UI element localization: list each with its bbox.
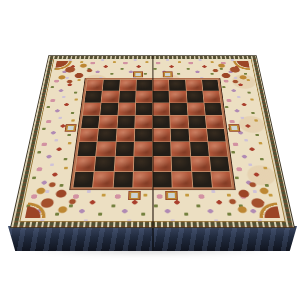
square-a4: [79, 129, 98, 142]
square-a7: [85, 91, 102, 102]
square-b1: [93, 172, 113, 187]
box-front-edge: [8, 226, 297, 251]
square-a2: [75, 157, 95, 172]
square-b3: [96, 142, 115, 156]
square-e2: [153, 157, 171, 172]
square-b2: [95, 157, 114, 172]
square-d7: [136, 91, 152, 102]
square-a3: [77, 142, 96, 156]
square-b8: [103, 80, 120, 91]
square-g8: [186, 80, 203, 91]
square-f2: [172, 157, 191, 172]
square-h7: [203, 91, 220, 102]
square-a1: [73, 172, 94, 187]
square-e1: [153, 172, 172, 187]
hinge-seam: [152, 56, 154, 227]
square-a6: [83, 103, 101, 115]
square-h3: [208, 142, 227, 156]
square-e3: [153, 142, 171, 156]
square-e7: [153, 91, 169, 102]
hinge-seam-edge: [152, 226, 154, 251]
square-d6: [135, 103, 152, 115]
square-b5: [99, 115, 117, 128]
square-f6: [170, 103, 187, 115]
square-b6: [100, 103, 117, 115]
square-g4: [189, 129, 207, 142]
square-c3: [115, 142, 133, 156]
square-c2: [114, 157, 133, 172]
square-c6: [118, 103, 135, 115]
square-g5: [188, 115, 206, 128]
square-c1: [113, 172, 132, 187]
square-a5: [81, 115, 99, 128]
square-f3: [171, 142, 189, 156]
border-ornament-top-left-of-seam: [133, 72, 142, 77]
border-ornament-right-middle: [229, 125, 239, 131]
square-h6: [204, 103, 222, 115]
square-g6: [187, 103, 204, 115]
border-ornament-bottom-left-of-seam: [129, 192, 140, 200]
square-h2: [210, 157, 230, 172]
board-photo: [0, 0, 300, 300]
square-g3: [190, 142, 209, 156]
square-g7: [186, 91, 203, 102]
square-g2: [191, 157, 210, 172]
border-ornament-bottom-right-of-seam: [166, 192, 177, 200]
square-d3: [134, 142, 152, 156]
square-f4: [171, 129, 189, 142]
square-a8: [86, 80, 103, 91]
square-e4: [153, 129, 171, 142]
border-ornament-top-right-of-seam: [163, 72, 172, 77]
square-c5: [117, 115, 135, 128]
square-f7: [170, 91, 187, 102]
square-d2: [134, 157, 152, 172]
square-f5: [170, 115, 188, 128]
square-e8: [153, 80, 169, 91]
square-e6: [153, 103, 170, 115]
square-c7: [119, 91, 136, 102]
square-h4: [207, 129, 226, 142]
border-ornament-left-middle: [66, 125, 76, 131]
board-top-surface: [10, 55, 295, 228]
square-f1: [172, 172, 191, 187]
square-h5: [205, 115, 223, 128]
square-d4: [135, 129, 153, 142]
square-d8: [136, 80, 152, 91]
square-h8: [202, 80, 219, 91]
chessboard: [10, 55, 295, 228]
square-c4: [116, 129, 134, 142]
square-c8: [120, 80, 136, 91]
square-d5: [135, 115, 152, 128]
square-e5: [153, 115, 170, 128]
square-b4: [98, 129, 116, 142]
square-g1: [192, 172, 212, 187]
square-f8: [169, 80, 185, 91]
square-h1: [211, 172, 232, 187]
square-b7: [102, 91, 119, 102]
square-d1: [133, 172, 152, 187]
